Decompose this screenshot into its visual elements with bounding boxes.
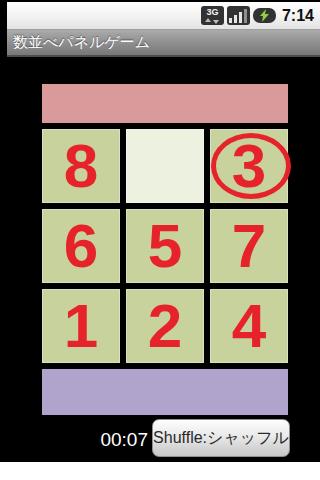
circle-annotation	[211, 133, 291, 199]
tile-number: 4	[232, 295, 266, 357]
app-title: 数並べパネルゲーム	[13, 33, 150, 52]
tile-2[interactable]: 2	[126, 289, 204, 363]
signal-strength-icon	[227, 6, 250, 25]
status-bar: 3G 7:14	[7, 2, 320, 30]
tile-number: 6	[64, 215, 98, 277]
3g-label: 3G	[206, 8, 218, 17]
tile-grid: 8 3 6 5 7 1 2	[42, 129, 288, 363]
title-bar: 数並べパネルゲーム	[7, 30, 320, 57]
3g-data-icon: 3G	[201, 6, 224, 25]
tile-4[interactable]: 4	[210, 289, 288, 363]
tile-number: 1	[64, 295, 98, 357]
tile-number: 8	[64, 135, 98, 197]
board-header-bar	[42, 84, 288, 123]
clock-text: 7:14	[282, 7, 314, 25]
updown-arrows-icon	[205, 18, 219, 24]
tile-number: 7	[232, 215, 266, 277]
tile-number: 5	[148, 215, 182, 277]
empty-cell	[126, 129, 204, 203]
timer-text: 00:07	[100, 429, 148, 451]
tile-3-circled[interactable]: 3	[210, 129, 288, 203]
tile-8[interactable]: 8	[42, 129, 120, 203]
shuffle-button[interactable]: Shuffle:シャッフル	[152, 419, 290, 457]
tile-1[interactable]: 1	[42, 289, 120, 363]
tile-5[interactable]: 5	[126, 209, 204, 283]
board-footer-bar	[42, 369, 288, 415]
tile-number: 2	[148, 295, 182, 357]
tile-6[interactable]: 6	[42, 209, 120, 283]
battery-charging-icon	[253, 8, 276, 23]
device-screen: 3G 7:14 数並べパネルゲーム	[0, 0, 320, 462]
puzzle-board: 8 3 6 5 7 1 2	[42, 84, 288, 415]
tile-7[interactable]: 7	[210, 209, 288, 283]
